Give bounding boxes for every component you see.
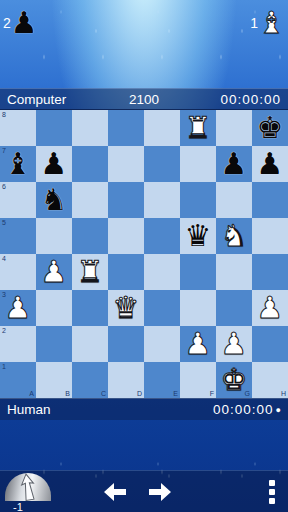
square-g6[interactable] xyxy=(216,182,252,218)
rank-label: 1 xyxy=(2,363,6,370)
rank-label: 7 xyxy=(2,147,6,154)
square-a7[interactable]: 7♝ xyxy=(0,146,36,182)
piece-black-queen[interactable]: ♛ xyxy=(185,218,212,254)
file-label: C xyxy=(101,390,106,397)
captured-black-pawn-icon: ♟ xyxy=(11,5,38,41)
square-g7[interactable]: ♟ xyxy=(216,146,252,182)
computer-name: Computer xyxy=(7,92,66,107)
square-c6[interactable] xyxy=(72,182,108,218)
square-e7[interactable] xyxy=(144,146,180,182)
square-d6[interactable] xyxy=(108,182,144,218)
square-f4[interactable] xyxy=(180,254,216,290)
file-label: D xyxy=(137,390,142,397)
eval-score-label: -1 xyxy=(13,501,23,512)
overflow-menu-button[interactable] xyxy=(264,478,280,506)
piece-white-pawn[interactable]: ♟ xyxy=(5,290,32,326)
square-b8[interactable] xyxy=(36,110,72,146)
square-g4[interactable] xyxy=(216,254,252,290)
captured-black-count: 2 xyxy=(3,15,11,31)
piece-white-pawn[interactable]: ♟ xyxy=(185,326,212,362)
captured-white-bishop-icon: ♝ xyxy=(258,5,285,41)
square-c7[interactable] xyxy=(72,146,108,182)
square-c1[interactable]: C xyxy=(72,362,108,398)
rank-label: 5 xyxy=(2,219,6,226)
square-f7[interactable] xyxy=(180,146,216,182)
square-d4[interactable] xyxy=(108,254,144,290)
human-clock-time: 00:00:00 xyxy=(213,402,274,417)
square-a2[interactable]: 2 xyxy=(0,326,36,362)
back-arrow-icon xyxy=(102,481,128,503)
square-b1[interactable]: B xyxy=(36,362,72,398)
piece-white-pawn[interactable]: ♟ xyxy=(221,326,248,362)
square-e2[interactable] xyxy=(144,326,180,362)
piece-black-pawn[interactable]: ♟ xyxy=(41,146,68,182)
rank-label: 4 xyxy=(2,255,6,262)
square-b5[interactable] xyxy=(36,218,72,254)
file-label: E xyxy=(173,390,178,397)
square-g1[interactable]: G♚ xyxy=(216,362,252,398)
square-f2[interactable]: ♟ xyxy=(180,326,216,362)
square-b4[interactable]: ♟ xyxy=(36,254,72,290)
square-g2[interactable]: ♟ xyxy=(216,326,252,362)
piece-black-knight[interactable]: ♞ xyxy=(41,182,68,218)
file-label: H xyxy=(281,390,286,397)
square-e6[interactable] xyxy=(144,182,180,218)
menu-dot-icon xyxy=(269,489,275,495)
piece-white-rook[interactable]: ♜ xyxy=(185,110,212,146)
square-c8[interactable] xyxy=(72,110,108,146)
square-d2[interactable] xyxy=(108,326,144,362)
human-player-bar: Human 00:00:00● xyxy=(0,398,288,420)
computer-clock: 00:00:00 xyxy=(220,92,281,107)
square-h1[interactable]: H xyxy=(252,362,288,398)
piece-white-king[interactable]: ♚ xyxy=(221,362,248,398)
square-b7[interactable]: ♟ xyxy=(36,146,72,182)
bottom-toolbar: -1 xyxy=(0,470,288,512)
piece-black-pawn[interactable]: ♟ xyxy=(257,146,284,182)
rank-label: 8 xyxy=(2,111,6,118)
square-f6[interactable] xyxy=(180,182,216,218)
square-c2[interactable] xyxy=(72,326,108,362)
piece-white-queen[interactable]: ♛ xyxy=(113,290,140,326)
square-a4[interactable]: 4 xyxy=(0,254,36,290)
square-e5[interactable] xyxy=(144,218,180,254)
rank-label: 2 xyxy=(2,327,6,334)
square-h6[interactable] xyxy=(252,182,288,218)
forward-arrow-icon xyxy=(147,481,173,503)
square-b2[interactable] xyxy=(36,326,72,362)
turn-indicator-dot: ● xyxy=(276,405,281,415)
square-c5[interactable] xyxy=(72,218,108,254)
square-e3[interactable] xyxy=(144,290,180,326)
square-f8[interactable]: ♜ xyxy=(180,110,216,146)
square-h3[interactable]: ♟ xyxy=(252,290,288,326)
file-label: B xyxy=(65,390,70,397)
piece-black-bishop[interactable]: ♝ xyxy=(5,146,32,182)
square-b6[interactable]: ♞ xyxy=(36,182,72,218)
undo-move-button[interactable] xyxy=(102,481,128,503)
human-clock: 00:00:00● xyxy=(213,402,281,417)
square-g5[interactable]: ♞ xyxy=(216,218,252,254)
square-d1[interactable]: D xyxy=(108,362,144,398)
file-label: G xyxy=(245,390,250,397)
piece-black-pawn[interactable]: ♟ xyxy=(221,146,248,182)
eval-arrow-icon xyxy=(7,471,49,501)
square-a6[interactable]: 6 xyxy=(0,182,36,218)
square-a3[interactable]: 3♟ xyxy=(0,290,36,326)
piece-white-knight[interactable]: ♞ xyxy=(221,218,248,254)
redo-move-button[interactable] xyxy=(147,481,173,503)
square-d3[interactable]: ♛ xyxy=(108,290,144,326)
file-label: A xyxy=(29,390,34,397)
eval-gauge-button[interactable] xyxy=(5,473,51,501)
square-g3[interactable] xyxy=(216,290,252,326)
square-d5[interactable] xyxy=(108,218,144,254)
square-h5[interactable] xyxy=(252,218,288,254)
square-e1[interactable]: E xyxy=(144,362,180,398)
piece-white-pawn[interactable]: ♟ xyxy=(257,290,284,326)
square-g8[interactable] xyxy=(216,110,252,146)
square-f5[interactable]: ♛ xyxy=(180,218,216,254)
square-a1[interactable]: 1A xyxy=(0,362,36,398)
file-label: F xyxy=(210,390,214,397)
human-name: Human xyxy=(7,402,51,417)
square-f1[interactable]: F xyxy=(180,362,216,398)
chess-board[interactable]: 8♜♚7♝♟♟♟6♞5♛♞4♟♜3♟♛♟2♟♟1ABCDEFG♚H xyxy=(0,110,288,398)
square-a8[interactable]: 8 xyxy=(0,110,36,146)
square-f3[interactable] xyxy=(180,290,216,326)
square-h2[interactable] xyxy=(252,326,288,362)
computer-player-bar: Computer 2100 00:00:00 xyxy=(0,88,288,110)
chess-app-screen: 2 ♟ 1 ♝ Computer 2100 00:00:00 8♜♚7♝♟♟♟6… xyxy=(0,0,288,512)
square-h7[interactable]: ♟ xyxy=(252,146,288,182)
menu-dot-icon xyxy=(269,480,275,486)
menu-dot-icon xyxy=(269,498,275,504)
square-c3[interactable] xyxy=(72,290,108,326)
square-b3[interactable] xyxy=(36,290,72,326)
square-e8[interactable] xyxy=(144,110,180,146)
square-a5[interactable]: 5 xyxy=(0,218,36,254)
square-h8[interactable]: ♚ xyxy=(252,110,288,146)
square-c4[interactable]: ♜ xyxy=(72,254,108,290)
captured-tray-black-pieces: 2 ♟ xyxy=(3,5,38,41)
square-h4[interactable] xyxy=(252,254,288,290)
rank-label: 3 xyxy=(2,291,6,298)
rank-label: 6 xyxy=(2,183,6,190)
piece-white-rook[interactable]: ♜ xyxy=(77,254,104,290)
computer-rating: 2100 xyxy=(129,92,159,107)
piece-black-king[interactable]: ♚ xyxy=(257,110,284,146)
captured-tray-white-pieces: 1 ♝ xyxy=(250,5,285,41)
square-e4[interactable] xyxy=(144,254,180,290)
captured-white-count: 1 xyxy=(250,15,258,31)
piece-white-pawn[interactable]: ♟ xyxy=(41,254,68,290)
square-d8[interactable] xyxy=(108,110,144,146)
square-d7[interactable] xyxy=(108,146,144,182)
